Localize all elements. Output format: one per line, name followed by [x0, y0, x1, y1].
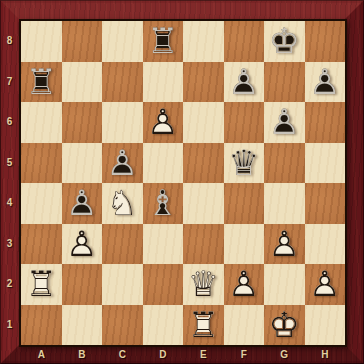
piece-black-pawn[interactable]: ♟♙ — [224, 62, 265, 103]
rank-label-5: 5 — [0, 143, 19, 184]
file-label-d: D — [143, 345, 184, 364]
square-e3[interactable] — [183, 224, 224, 265]
square-a3[interactable] — [21, 224, 62, 265]
square-c8[interactable] — [102, 21, 143, 62]
piece-black-pawn[interactable]: ♟♙ — [264, 102, 305, 143]
square-a2[interactable]: ♜♖ — [21, 264, 62, 305]
square-a4[interactable] — [21, 183, 62, 224]
square-d2[interactable] — [143, 264, 184, 305]
piece-black-king[interactable]: ♚♔ — [264, 21, 305, 62]
piece-glyph-outline: ♖ — [21, 264, 62, 305]
square-h1[interactable] — [305, 305, 346, 346]
piece-white-pawn[interactable]: ♟♙ — [224, 264, 265, 305]
square-c3[interactable] — [102, 224, 143, 265]
piece-black-pawn[interactable]: ♟♙ — [305, 62, 346, 103]
square-c1[interactable] — [102, 305, 143, 346]
piece-glyph-outline: ♙ — [102, 143, 143, 184]
square-f7[interactable]: ♟♙ — [224, 62, 265, 103]
rank-label-1: 1 — [0, 305, 19, 346]
file-labels: ABCDEFGH — [21, 345, 345, 364]
piece-black-rook[interactable]: ♜♖ — [21, 62, 62, 103]
piece-glyph-outline: ♗ — [143, 183, 184, 224]
piece-glyph-outline: ♙ — [62, 183, 103, 224]
square-g6[interactable]: ♟♙ — [264, 102, 305, 143]
square-c4[interactable]: ♞♘ — [102, 183, 143, 224]
piece-black-queen[interactable]: ♛♕ — [224, 143, 265, 184]
square-e7[interactable] — [183, 62, 224, 103]
square-h5[interactable] — [305, 143, 346, 184]
rank-label-7: 7 — [0, 62, 19, 103]
piece-white-pawn[interactable]: ♟♙ — [264, 224, 305, 265]
rank-label-2: 2 — [0, 264, 19, 305]
square-g3[interactable]: ♟♙ — [264, 224, 305, 265]
file-label-h: H — [305, 345, 346, 364]
square-f4[interactable] — [224, 183, 265, 224]
piece-glyph-outline: ♕ — [224, 143, 265, 184]
piece-black-bishop[interactable]: ♝♗ — [143, 183, 184, 224]
square-b5[interactable] — [62, 143, 103, 184]
rank-label-4: 4 — [0, 183, 19, 224]
square-d8[interactable]: ♜♖ — [143, 21, 184, 62]
square-e6[interactable] — [183, 102, 224, 143]
square-b8[interactable] — [62, 21, 103, 62]
square-e4[interactable] — [183, 183, 224, 224]
rank-label-3: 3 — [0, 224, 19, 265]
square-d4[interactable]: ♝♗ — [143, 183, 184, 224]
square-f6[interactable] — [224, 102, 265, 143]
rank-label-8: 8 — [0, 21, 19, 62]
piece-glyph-outline: ♖ — [143, 21, 184, 62]
square-g5[interactable] — [264, 143, 305, 184]
rank-labels: 87654321 — [0, 21, 19, 345]
square-e1[interactable]: ♜♖ — [183, 305, 224, 346]
piece-white-pawn[interactable]: ♟♙ — [62, 224, 103, 265]
file-label-g: G — [264, 345, 305, 364]
piece-glyph-outline: ♙ — [62, 224, 103, 265]
piece-glyph-outline: ♙ — [143, 102, 184, 143]
square-b4[interactable]: ♟♙ — [62, 183, 103, 224]
piece-glyph-outline: ♔ — [264, 305, 305, 346]
piece-white-rook[interactable]: ♜♖ — [183, 305, 224, 346]
file-label-a: A — [21, 345, 62, 364]
piece-white-queen[interactable]: ♛♕ — [183, 264, 224, 305]
square-c7[interactable] — [102, 62, 143, 103]
square-g4[interactable] — [264, 183, 305, 224]
square-h8[interactable] — [305, 21, 346, 62]
board-frame: 87654321 ♜♖♚♔♜♖♟♙♟♙♟♙♟♙♟♙♛♕♟♙♞♘♝♗♟♙♟♙♜♖♛… — [0, 0, 364, 364]
square-g7[interactable] — [264, 62, 305, 103]
piece-glyph-outline: ♙ — [264, 102, 305, 143]
square-e8[interactable] — [183, 21, 224, 62]
piece-white-rook[interactable]: ♜♖ — [21, 264, 62, 305]
square-e5[interactable] — [183, 143, 224, 184]
square-d7[interactable] — [143, 62, 184, 103]
square-b2[interactable] — [62, 264, 103, 305]
square-h6[interactable] — [305, 102, 346, 143]
piece-glyph-outline: ♙ — [224, 62, 265, 103]
piece-white-pawn[interactable]: ♟♙ — [305, 264, 346, 305]
piece-glyph-outline: ♙ — [305, 62, 346, 103]
piece-white-pawn[interactable]: ♟♙ — [143, 102, 184, 143]
square-a7[interactable]: ♜♖ — [21, 62, 62, 103]
square-b3[interactable]: ♟♙ — [62, 224, 103, 265]
square-e2[interactable]: ♛♕ — [183, 264, 224, 305]
square-b7[interactable] — [62, 62, 103, 103]
piece-black-pawn[interactable]: ♟♙ — [102, 143, 143, 184]
square-h4[interactable] — [305, 183, 346, 224]
square-g8[interactable]: ♚♔ — [264, 21, 305, 62]
chess-board: ♜♖♚♔♜♖♟♙♟♙♟♙♟♙♟♙♛♕♟♙♞♘♝♗♟♙♟♙♜♖♛♕♟♙♟♙♜♖♚♔ — [19, 19, 347, 347]
square-a1[interactable] — [21, 305, 62, 346]
square-d6[interactable]: ♟♙ — [143, 102, 184, 143]
piece-glyph-outline: ♘ — [102, 183, 143, 224]
square-a6[interactable] — [21, 102, 62, 143]
file-label-c: C — [102, 345, 143, 364]
square-a5[interactable] — [21, 143, 62, 184]
square-c6[interactable] — [102, 102, 143, 143]
square-b1[interactable] — [62, 305, 103, 346]
file-label-b: B — [62, 345, 103, 364]
square-h3[interactable] — [305, 224, 346, 265]
piece-glyph-outline: ♙ — [224, 264, 265, 305]
square-f8[interactable] — [224, 21, 265, 62]
square-d3[interactable] — [143, 224, 184, 265]
square-g2[interactable] — [264, 264, 305, 305]
piece-glyph-outline: ♕ — [183, 264, 224, 305]
piece-glyph-outline: ♔ — [264, 21, 305, 62]
square-f5[interactable]: ♛♕ — [224, 143, 265, 184]
file-label-f: F — [224, 345, 265, 364]
rank-label-6: 6 — [0, 102, 19, 143]
square-b6[interactable] — [62, 102, 103, 143]
square-h7[interactable]: ♟♙ — [305, 62, 346, 103]
square-f1[interactable] — [224, 305, 265, 346]
square-f2[interactable]: ♟♙ — [224, 264, 265, 305]
piece-white-king[interactable]: ♚♔ — [264, 305, 305, 346]
square-f3[interactable] — [224, 224, 265, 265]
piece-black-rook[interactable]: ♜♖ — [143, 21, 184, 62]
piece-glyph-outline: ♖ — [21, 62, 62, 103]
square-h2[interactable]: ♟♙ — [305, 264, 346, 305]
piece-white-knight[interactable]: ♞♘ — [102, 183, 143, 224]
square-c5[interactable]: ♟♙ — [102, 143, 143, 184]
piece-glyph-outline: ♙ — [305, 264, 346, 305]
piece-glyph-outline: ♖ — [183, 305, 224, 346]
square-d5[interactable] — [143, 143, 184, 184]
piece-black-pawn[interactable]: ♟♙ — [62, 183, 103, 224]
file-label-e: E — [183, 345, 224, 364]
square-c2[interactable] — [102, 264, 143, 305]
square-a8[interactable] — [21, 21, 62, 62]
square-g1[interactable]: ♚♔ — [264, 305, 305, 346]
piece-glyph-outline: ♙ — [264, 224, 305, 265]
square-d1[interactable] — [143, 305, 184, 346]
